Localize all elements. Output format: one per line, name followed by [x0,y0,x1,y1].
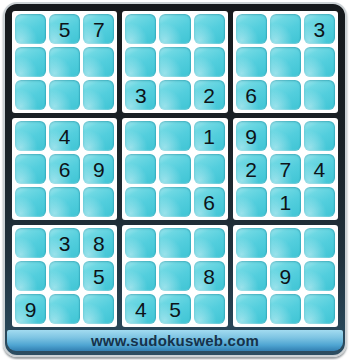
cell-r2c3[interactable] [83,47,114,77]
sudoku-box-2-1: 469 [12,118,117,220]
cell-r4c4[interactable] [125,121,156,151]
cell-r5c2: 6 [49,154,80,184]
cell-r6c8: 1 [270,187,301,217]
cell-r3c1[interactable] [15,80,46,110]
cell-r3c7: 6 [236,80,267,110]
cell-r8c5[interactable] [159,261,190,291]
cell-r2c2[interactable] [49,47,80,77]
cell-r4c2: 4 [49,121,80,151]
cell-r5c1[interactable] [15,154,46,184]
cell-r8c7[interactable] [236,261,267,291]
sudoku-box-3-3: 9 [233,225,338,327]
cell-r8c1[interactable] [15,261,46,291]
sudoku-box-1-1: 57 [12,11,117,113]
cell-r4c6: 1 [194,121,225,151]
cell-r3c2[interactable] [49,80,80,110]
cell-r4c7: 9 [236,121,267,151]
cell-r1c9: 3 [304,14,335,44]
cell-r3c3[interactable] [83,80,114,110]
cell-r1c4[interactable] [125,14,156,44]
sudoku-box-2-2: 16 [122,118,227,220]
cell-r4c5[interactable] [159,121,190,151]
cell-r1c7[interactable] [236,14,267,44]
cell-r7c4[interactable] [125,228,156,258]
cell-r7c8[interactable] [270,228,301,258]
cell-r5c9: 4 [304,154,335,184]
cell-r1c3: 7 [83,14,114,44]
cell-r9c8[interactable] [270,294,301,324]
cell-r9c5: 5 [159,294,190,324]
cell-r7c7[interactable] [236,228,267,258]
cell-r2c4[interactable] [125,47,156,77]
sudoku-box-3-1: 3859 [12,225,117,327]
cell-r2c5[interactable] [159,47,190,77]
cell-r1c1[interactable] [15,14,46,44]
cell-r4c3[interactable] [83,121,114,151]
cell-r8c8: 9 [270,261,301,291]
cell-r9c2[interactable] [49,294,80,324]
cell-r5c5[interactable] [159,154,190,184]
cell-r4c9[interactable] [304,121,335,151]
cell-r1c2: 5 [49,14,80,44]
cell-r9c3[interactable] [83,294,114,324]
cell-r7c6[interactable] [194,228,225,258]
sudoku-box-3-2: 845 [122,225,227,327]
cell-r1c6[interactable] [194,14,225,44]
cell-r2c1[interactable] [15,47,46,77]
cell-r2c8[interactable] [270,47,301,77]
cell-r1c5[interactable] [159,14,190,44]
sudoku-board: 573236469169274138598459 [5,4,345,327]
cell-r4c1[interactable] [15,121,46,151]
cell-r9c6[interactable] [194,294,225,324]
cell-r3c9[interactable] [304,80,335,110]
footer-bar: www.sudokusweb.com [7,330,343,351]
cell-r8c9[interactable] [304,261,335,291]
cell-r7c9[interactable] [304,228,335,258]
cell-r6c5[interactable] [159,187,190,217]
sudoku-box-2-3: 92741 [233,118,338,220]
cell-r6c9[interactable] [304,187,335,217]
cell-r5c3: 9 [83,154,114,184]
cell-r5c8: 7 [270,154,301,184]
cell-r6c7[interactable] [236,187,267,217]
cell-r4c8[interactable] [270,121,301,151]
cell-r8c3: 5 [83,261,114,291]
cell-r7c1[interactable] [15,228,46,258]
cell-r7c2: 3 [49,228,80,258]
cell-r6c1[interactable] [15,187,46,217]
cell-r3c4: 3 [125,80,156,110]
cell-r9c7[interactable] [236,294,267,324]
cell-r5c6[interactable] [194,154,225,184]
cell-r3c8[interactable] [270,80,301,110]
cell-r6c3[interactable] [83,187,114,217]
cell-r9c1: 9 [15,294,46,324]
sudoku-box-1-2: 32 [122,11,227,113]
cell-r8c6: 8 [194,261,225,291]
cell-r6c4[interactable] [125,187,156,217]
cell-r8c4[interactable] [125,261,156,291]
cell-r3c6: 2 [194,80,225,110]
sudoku-box-1-3: 36 [233,11,338,113]
cell-r8c2[interactable] [49,261,80,291]
cell-r2c7[interactable] [236,47,267,77]
cell-r7c3: 8 [83,228,114,258]
cell-r9c4: 4 [125,294,156,324]
site-url-link[interactable]: www.sudokusweb.com [91,332,259,349]
cell-r6c2[interactable] [49,187,80,217]
cell-r2c6[interactable] [194,47,225,77]
cell-r1c8[interactable] [270,14,301,44]
cell-r3c5[interactable] [159,80,190,110]
sudoku-plaque: 573236469169274138598459 www.sudokusweb.… [3,2,347,357]
cell-r5c7: 2 [236,154,267,184]
cell-r9c9[interactable] [304,294,335,324]
cell-r6c6: 6 [194,187,225,217]
cell-r5c4[interactable] [125,154,156,184]
cell-r7c5[interactable] [159,228,190,258]
cell-r2c9[interactable] [304,47,335,77]
